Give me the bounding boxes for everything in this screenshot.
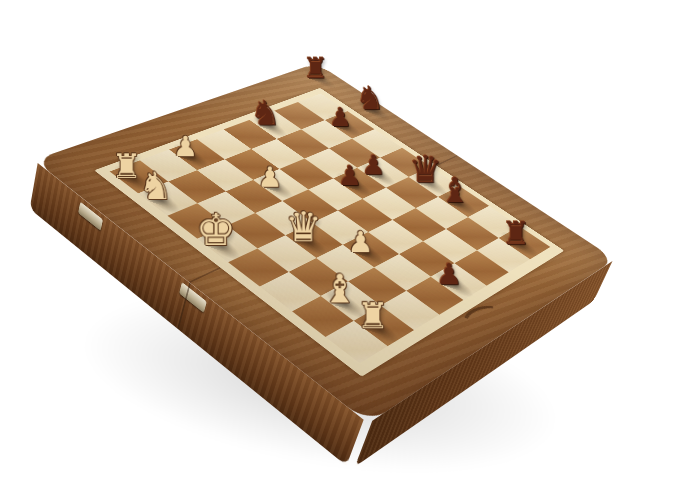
piece-white-queen[interactable]: ♛	[285, 206, 322, 247]
piece-black-pawn[interactable]: ♟	[436, 260, 462, 289]
product-photo-stage: ♟♛♝♜♟♞♟♟♟♟♟♛♝♜♜♞♚ ♜ ♞	[0, 0, 700, 489]
piece-white-pawn[interactable]: ♟	[173, 133, 198, 161]
piece-white-rook[interactable]: ♜	[112, 149, 142, 183]
piece-white-knight[interactable]: ♞	[139, 168, 173, 206]
piece-white-king[interactable]: ♚	[196, 207, 236, 252]
